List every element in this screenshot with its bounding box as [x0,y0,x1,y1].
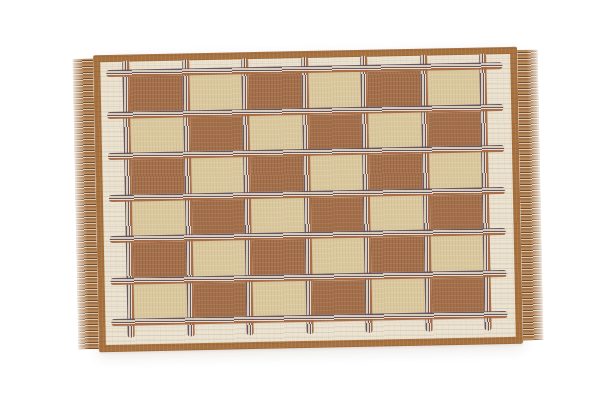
board-cell-r4c6 [429,194,482,230]
board-cell-r3c4 [310,155,363,191]
rug [93,47,523,352]
board-cell-r5c4 [311,238,364,274]
rug-field [100,54,516,345]
board-cell-r2c5 [368,112,421,148]
board-cell-r1c1 [129,76,182,112]
board-cell-r5c2 [192,240,245,276]
board-cell-r6c2 [193,282,246,318]
board-cell-r2c2 [190,116,243,152]
board-cell-r6c6 [431,277,484,313]
board-cell-r5c5 [371,237,424,273]
board-cell-r6c4 [312,279,365,315]
board-cell-r4c3 [251,198,304,234]
board-cell-r4c1 [132,200,185,236]
board-cell-r3c6 [429,153,482,189]
board-cell-r2c6 [428,111,481,147]
board-cell-r6c1 [134,283,187,319]
board-cell-r1c3 [248,73,301,109]
board-cell-r1c5 [367,71,420,107]
board-cell-r2c3 [249,115,302,151]
board-cell-r1c2 [189,74,242,110]
checkerboard [122,62,491,325]
board-cell-r3c3 [250,156,303,192]
board-cell-r4c5 [370,195,423,231]
board-cell-r5c1 [133,241,186,277]
board-cell-r4c4 [310,196,363,232]
board-cell-r2c4 [309,113,362,149]
photo-background [0,0,600,400]
fringe-right [517,49,544,340]
fringe-left [72,58,99,349]
board-cell-r3c5 [369,154,422,190]
board-cell-r5c3 [252,239,305,275]
board-cell-r6c5 [372,278,425,314]
board-cell-r4c2 [191,199,244,235]
board-cell-r1c6 [427,70,480,106]
board-cell-r1c4 [308,72,361,108]
board-cell-r2c1 [130,117,183,153]
board-cell-r5c6 [430,235,483,271]
board-cell-r3c2 [191,157,244,193]
board-cell-r6c3 [253,281,306,317]
board-cell-r3c1 [131,158,184,194]
